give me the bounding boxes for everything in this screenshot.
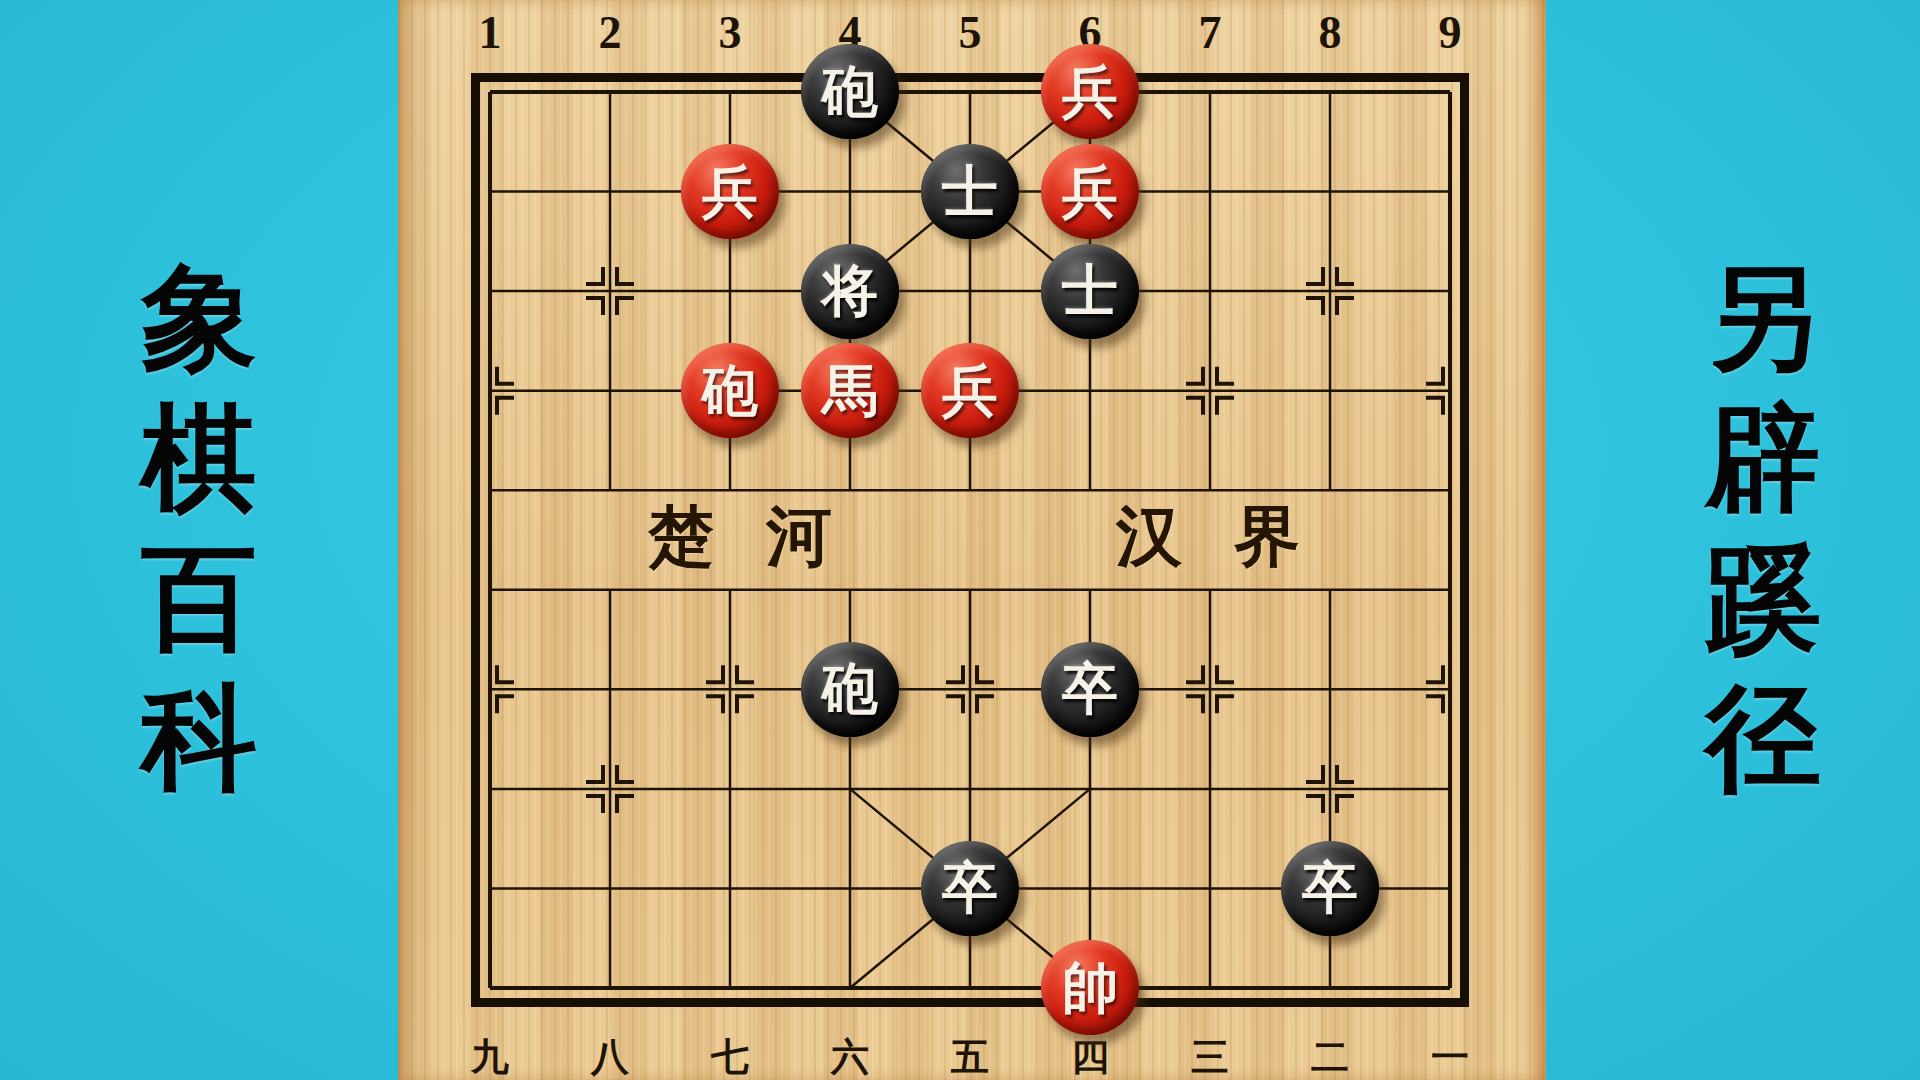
file-label-bottom: 一 [1431,1038,1469,1076]
piece-red-pawn[interactable]: 兵 [921,343,1019,438]
piece-char: 砲 [822,661,878,717]
piece-char: 馬 [822,363,878,419]
left-title-char: 科 [141,680,257,796]
piece-black-pawn[interactable]: 卒 [921,841,1019,936]
left-title-char: 百 [141,540,257,656]
piece-char: 兵 [1062,164,1118,220]
piece-black-advisor[interactable]: 士 [1041,244,1139,339]
file-label-bottom: 四 [1071,1038,1109,1076]
piece-char: 帥 [1062,960,1118,1016]
file-label-bottom: 九 [471,1038,509,1076]
piece-red-pawn[interactable]: 兵 [681,144,779,239]
board[interactable]: 砲兵兵士兵将士砲馬兵砲卒卒卒帥 [430,42,1510,1038]
left-title-char: 象 [141,260,257,376]
piece-char: 士 [942,164,998,220]
right-title-char: 另 [1705,260,1821,376]
file-label-bottom: 五 [951,1038,989,1076]
piece-char: 士 [1062,263,1118,319]
piece-char: 卒 [1302,860,1358,916]
screenshot-root: 象棋百科 123456789 九八七六五四三二一 楚河 汉界 砲兵兵士兵将士砲馬… [0,0,1920,1080]
piece-red-general[interactable]: 帥 [1041,940,1139,1035]
wood-panel: 123456789 九八七六五四三二一 楚河 汉界 砲兵兵士兵将士砲馬兵砲卒卒卒… [398,0,1546,1080]
file-label-bottom: 六 [831,1038,869,1076]
piece-red-pawn[interactable]: 兵 [1041,144,1139,239]
piece-char: 将 [822,263,878,319]
piece-char: 兵 [942,363,998,419]
piece-char: 砲 [822,64,878,120]
piece-black-general[interactable]: 将 [801,244,899,339]
piece-char: 卒 [1062,661,1118,717]
right-title-char: 辟 [1705,400,1821,516]
piece-red-pawn[interactable]: 兵 [1041,44,1139,139]
piece-red-cannon[interactable]: 砲 [681,343,779,438]
piece-char: 兵 [702,164,758,220]
piece-char: 卒 [942,860,998,916]
piece-black-pawn[interactable]: 卒 [1281,841,1379,936]
file-label-bottom: 三 [1191,1038,1229,1076]
piece-red-horse[interactable]: 馬 [801,343,899,438]
file-label-bottom: 七 [711,1038,749,1076]
file-label-bottom: 二 [1311,1038,1349,1076]
left-title-char: 棋 [141,400,257,516]
piece-char: 兵 [1062,64,1118,120]
piece-black-cannon[interactable]: 砲 [801,44,899,139]
right-title-ling-pi-xi-jing: 另辟蹊径 [1546,0,1920,1068]
left-title-xiangqi-baike: 象棋百科 [0,0,398,1068]
piece-black-pawn[interactable]: 卒 [1041,642,1139,737]
file-label-bottom: 八 [591,1038,629,1076]
piece-char: 砲 [702,363,758,419]
piece-black-cannon[interactable]: 砲 [801,642,899,737]
right-title-char: 径 [1705,680,1821,796]
piece-black-advisor[interactable]: 士 [921,144,1019,239]
right-title-char: 蹊 [1705,540,1821,656]
